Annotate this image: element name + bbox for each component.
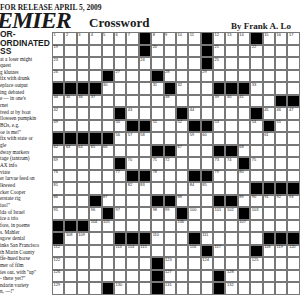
grid-cell[interactable]: 100: [188, 207, 200, 220]
grid-cell[interactable]: [64, 245, 76, 258]
grid-cell[interactable]: [139, 220, 151, 233]
grid-cell[interactable]: [151, 107, 163, 120]
grid-cell[interactable]: [287, 82, 299, 95]
grid-cell[interactable]: 90: [250, 195, 262, 208]
grid-cell[interactable]: [275, 207, 287, 220]
grid-cell[interactable]: 60: [201, 132, 213, 145]
grid-cell[interactable]: [287, 57, 299, 70]
grid-cell[interactable]: 103: [250, 207, 262, 220]
grid-cell[interactable]: 50: [114, 120, 126, 133]
grid-cell[interactable]: 26: [52, 70, 64, 83]
grid-cell[interactable]: [64, 70, 76, 83]
grid-cell[interactable]: [275, 57, 287, 70]
grid-cell[interactable]: 59: [188, 132, 200, 145]
grid-cell[interactable]: 35: [64, 95, 76, 108]
grid-cell[interactable]: [250, 232, 262, 245]
grid-cell[interactable]: 84: [188, 182, 200, 195]
grid-cell[interactable]: 70: [126, 157, 138, 170]
grid-cell[interactable]: [89, 107, 101, 120]
grid-cell[interactable]: 30: [102, 82, 114, 95]
grid-cell[interactable]: 38: [164, 95, 176, 108]
grid-cell[interactable]: [238, 107, 250, 120]
grid-cell[interactable]: 5: [102, 32, 114, 45]
grid-cell[interactable]: 2: [64, 32, 76, 45]
grid-cell[interactable]: [275, 282, 287, 295]
grid-cell[interactable]: [250, 282, 262, 295]
grid-cell[interactable]: [176, 232, 188, 245]
grid-cell[interactable]: [263, 82, 275, 95]
grid-cell[interactable]: 106: [176, 220, 188, 233]
grid-cell[interactable]: 68: [238, 145, 250, 158]
grid-cell[interactable]: [102, 107, 114, 120]
grid-cell[interactable]: [238, 45, 250, 58]
grid-cell[interactable]: [126, 95, 138, 108]
grid-cell[interactable]: 76: [52, 170, 64, 183]
grid-cell[interactable]: [114, 95, 126, 108]
grid-cell[interactable]: [225, 245, 237, 258]
grid-cell[interactable]: [77, 107, 89, 120]
grid-cell[interactable]: 14: [238, 32, 250, 45]
grid-cell[interactable]: 7: [126, 32, 138, 45]
grid-cell[interactable]: 22: [250, 45, 262, 58]
grid-cell[interactable]: [176, 95, 188, 108]
grid-cell[interactable]: 25: [213, 57, 225, 70]
grid-cell[interactable]: 47: [287, 107, 299, 120]
grid-cell[interactable]: 63: [64, 145, 76, 158]
grid-cell[interactable]: [263, 45, 275, 58]
grid-cell[interactable]: [225, 45, 237, 58]
grid-cell[interactable]: [188, 57, 200, 70]
grid-cell[interactable]: [64, 170, 76, 183]
grid-cell[interactable]: [89, 120, 101, 133]
grid-cell[interactable]: [201, 195, 213, 208]
grid-cell[interactable]: [126, 207, 138, 220]
grid-cell[interactable]: [151, 182, 163, 195]
grid-cell[interactable]: [176, 57, 188, 70]
grid-cell[interactable]: [188, 70, 200, 83]
grid-cell[interactable]: 114: [126, 245, 138, 258]
grid-cell[interactable]: [275, 82, 287, 95]
grid-cell[interactable]: 72: [164, 157, 176, 170]
grid-cell[interactable]: [225, 132, 237, 145]
grid-cell[interactable]: [263, 95, 275, 108]
grid-cell[interactable]: 93: [287, 195, 299, 208]
grid-cell[interactable]: [201, 82, 213, 95]
grid-cell[interactable]: [263, 145, 275, 158]
grid-cell[interactable]: [176, 257, 188, 270]
grid-cell[interactable]: [213, 257, 225, 270]
grid-cell[interactable]: [126, 257, 138, 270]
grid-cell[interactable]: [287, 45, 299, 58]
grid-cell[interactable]: [188, 257, 200, 270]
grid-cell[interactable]: [114, 145, 126, 158]
grid-cell[interactable]: [164, 107, 176, 120]
grid-cell[interactable]: [64, 120, 76, 133]
grid-cell[interactable]: [77, 57, 89, 70]
grid-cell[interactable]: [225, 107, 237, 120]
grid-cell[interactable]: 39: [213, 95, 225, 108]
grid-cell[interactable]: [275, 45, 287, 58]
grid-cell[interactable]: [102, 232, 114, 245]
grid-cell[interactable]: [213, 132, 225, 145]
grid-cell[interactable]: [176, 45, 188, 58]
grid-cell[interactable]: [114, 57, 126, 70]
grid-cell[interactable]: 41: [238, 95, 250, 108]
grid-cell[interactable]: 96: [89, 207, 101, 220]
grid-cell[interactable]: 55: [275, 120, 287, 133]
grid-cell[interactable]: [139, 207, 151, 220]
grid-cell[interactable]: [250, 145, 262, 158]
grid-cell[interactable]: [89, 232, 101, 245]
grid-cell[interactable]: [77, 170, 89, 183]
grid-cell[interactable]: [250, 220, 262, 233]
grid-cell[interactable]: [77, 282, 89, 295]
grid-cell[interactable]: [126, 57, 138, 70]
grid-cell[interactable]: [287, 282, 299, 295]
grid-cell[interactable]: 128: [225, 270, 237, 283]
grid-cell[interactable]: 21: [213, 45, 225, 58]
grid-cell[interactable]: 109: [77, 232, 89, 245]
grid-cell[interactable]: [89, 170, 101, 183]
grid-cell[interactable]: [164, 120, 176, 133]
grid-cell[interactable]: [287, 70, 299, 83]
grid-cell[interactable]: 111: [201, 232, 213, 245]
grid-cell[interactable]: 124: [201, 257, 213, 270]
grid-cell[interactable]: [114, 195, 126, 208]
grid-cell[interactable]: 122: [52, 257, 64, 270]
grid-cell[interactable]: [126, 82, 138, 95]
grid-cell[interactable]: [176, 132, 188, 145]
grid-cell[interactable]: 65: [89, 145, 101, 158]
grid-cell[interactable]: 75: [250, 157, 262, 170]
grid-cell[interactable]: [164, 232, 176, 245]
grid-cell[interactable]: [238, 257, 250, 270]
grid-cell[interactable]: [287, 257, 299, 270]
grid-cell[interactable]: [151, 57, 163, 70]
grid-cell[interactable]: 17: [287, 32, 299, 45]
grid-cell[interactable]: 107: [238, 220, 250, 233]
grid-cell[interactable]: [77, 182, 89, 195]
grid-cell[interactable]: [64, 182, 76, 195]
grid-cell[interactable]: [64, 57, 76, 70]
grid-cell[interactable]: 37: [89, 95, 101, 108]
grid-cell[interactable]: [89, 270, 101, 283]
grid-cell[interactable]: [114, 220, 126, 233]
grid-cell[interactable]: 66: [102, 145, 114, 158]
grid-cell[interactable]: 29: [201, 70, 213, 83]
grid-cell[interactable]: 12: [213, 32, 225, 45]
grid-cell[interactable]: [64, 207, 76, 220]
grid-cell[interactable]: 95: [52, 207, 64, 220]
grid-cell[interactable]: 15: [263, 32, 275, 45]
grid-cell[interactable]: 61: [263, 132, 275, 145]
grid-cell[interactable]: [275, 257, 287, 270]
grid-cell[interactable]: [77, 270, 89, 283]
grid-cell[interactable]: 117: [213, 245, 225, 258]
grid-cell[interactable]: 102: [225, 207, 237, 220]
grid-cell[interactable]: [225, 57, 237, 70]
grid-cell[interactable]: 129: [52, 282, 64, 295]
grid-cell[interactable]: [188, 220, 200, 233]
grid-cell[interactable]: [201, 207, 213, 220]
grid-cell[interactable]: [238, 245, 250, 258]
grid-cell[interactable]: 53: [213, 120, 225, 133]
grid-cell[interactable]: 110: [151, 232, 163, 245]
grid-cell[interactable]: [77, 245, 89, 258]
grid-cell[interactable]: 73: [213, 157, 225, 170]
grid-cell[interactable]: [164, 45, 176, 58]
grid-cell[interactable]: [238, 232, 250, 245]
grid-cell[interactable]: [64, 45, 76, 58]
grid-cell[interactable]: 97: [114, 207, 126, 220]
grid-cell[interactable]: [102, 182, 114, 195]
grid-cell[interactable]: [114, 82, 126, 95]
grid-cell[interactable]: 118: [263, 245, 275, 258]
grid-cell[interactable]: [89, 282, 101, 295]
grid-cell[interactable]: 89: [238, 195, 250, 208]
grid-cell[interactable]: [164, 57, 176, 70]
grid-cell[interactable]: [275, 270, 287, 283]
grid-cell[interactable]: [64, 257, 76, 270]
grid-cell[interactable]: [126, 220, 138, 233]
grid-cell[interactable]: [151, 245, 163, 258]
grid-cell[interactable]: 88: [176, 195, 188, 208]
grid-cell[interactable]: [139, 195, 151, 208]
grid-cell[interactable]: [238, 132, 250, 145]
grid-cell[interactable]: [89, 57, 101, 70]
grid-cell[interactable]: 126: [52, 270, 64, 283]
grid-cell[interactable]: 132: [225, 282, 237, 295]
grid-cell[interactable]: [139, 145, 151, 158]
grid-cell[interactable]: [126, 70, 138, 83]
grid-cell[interactable]: [250, 170, 262, 183]
grid-cell[interactable]: 78: [151, 170, 163, 183]
grid-cell[interactable]: [102, 257, 114, 270]
grid-cell[interactable]: [164, 245, 176, 258]
grid-cell[interactable]: [188, 45, 200, 58]
grid-cell[interactable]: [188, 282, 200, 295]
grid-cell[interactable]: 92: [275, 195, 287, 208]
grid-cell[interactable]: [102, 95, 114, 108]
grid-cell[interactable]: [64, 107, 76, 120]
grid-cell[interactable]: 49: [52, 120, 64, 133]
grid-cell[interactable]: [238, 182, 250, 195]
grid-cell[interactable]: [238, 70, 250, 83]
grid-cell[interactable]: [89, 70, 101, 83]
grid-cell[interactable]: [77, 45, 89, 58]
grid-cell[interactable]: 40: [225, 95, 237, 108]
grid-cell[interactable]: [250, 270, 262, 283]
grid-cell[interactable]: 71: [151, 157, 163, 170]
grid-cell[interactable]: [287, 132, 299, 145]
grid-cell[interactable]: 105: [102, 220, 114, 233]
grid-cell[interactable]: 1: [52, 32, 64, 45]
grid-cell[interactable]: 42: [52, 107, 64, 120]
grid-cell[interactable]: [263, 157, 275, 170]
grid-cell[interactable]: [77, 120, 89, 133]
grid-cell[interactable]: [139, 157, 151, 170]
grid-cell[interactable]: [114, 270, 126, 283]
grid-cell[interactable]: [238, 282, 250, 295]
grid-cell[interactable]: [225, 120, 237, 133]
grid-cell[interactable]: 77: [114, 170, 126, 183]
grid-cell[interactable]: [250, 132, 262, 145]
grid-cell[interactable]: [263, 257, 275, 270]
grid-cell[interactable]: 67: [176, 145, 188, 158]
grid-cell[interactable]: [263, 170, 275, 183]
grid-cell[interactable]: [213, 232, 225, 245]
grid-cell[interactable]: 131: [164, 282, 176, 295]
grid-cell[interactable]: [89, 245, 101, 258]
grid-cell[interactable]: [225, 182, 237, 195]
grid-cell[interactable]: 33: [250, 82, 262, 95]
grid-cell[interactable]: [176, 70, 188, 83]
grid-cell[interactable]: 43: [126, 107, 138, 120]
grid-cell[interactable]: [77, 157, 89, 170]
grid-cell[interactable]: [64, 282, 76, 295]
grid-cell[interactable]: [139, 82, 151, 95]
grid-cell[interactable]: [126, 45, 138, 58]
grid-cell[interactable]: 23: [52, 57, 64, 70]
grid-cell[interactable]: [188, 195, 200, 208]
grid-cell[interactable]: 16: [275, 32, 287, 45]
grid-cell[interactable]: 10: [176, 32, 188, 45]
grid-cell[interactable]: [287, 220, 299, 233]
grid-cell[interactable]: [188, 145, 200, 158]
grid-cell[interactable]: [89, 257, 101, 270]
grid-cell[interactable]: [89, 45, 101, 58]
grid-cell[interactable]: [201, 270, 213, 283]
grid-cell[interactable]: 64: [77, 145, 89, 158]
grid-cell[interactable]: [102, 157, 114, 170]
grid-cell[interactable]: 112: [52, 245, 64, 258]
grid-cell[interactable]: 83: [139, 182, 151, 195]
grid-cell[interactable]: 116: [188, 245, 200, 258]
grid-cell[interactable]: 87: [102, 195, 114, 208]
grid-cell[interactable]: [263, 282, 275, 295]
grid-cell[interactable]: 52: [176, 120, 188, 133]
grid-cell[interactable]: [213, 107, 225, 120]
grid-cell[interactable]: [139, 282, 151, 295]
grid-cell[interactable]: [263, 220, 275, 233]
grid-cell[interactable]: [201, 95, 213, 108]
grid-cell[interactable]: [275, 145, 287, 158]
grid-cell[interactable]: [188, 157, 200, 170]
grid-cell[interactable]: [139, 70, 151, 83]
grid-cell[interactable]: [287, 145, 299, 158]
grid-cell[interactable]: [139, 107, 151, 120]
grid-cell[interactable]: [77, 195, 89, 208]
grid-cell[interactable]: 46: [275, 107, 287, 120]
grid-cell[interactable]: [126, 282, 138, 295]
grid-cell[interactable]: [201, 157, 213, 170]
grid-cell[interactable]: [287, 157, 299, 170]
grid-cell[interactable]: [287, 207, 299, 220]
grid-cell[interactable]: [151, 95, 163, 108]
grid-cell[interactable]: [176, 170, 188, 183]
grid-cell[interactable]: 4: [89, 32, 101, 45]
grid-cell[interactable]: [164, 132, 176, 145]
grid-cell[interactable]: [225, 220, 237, 233]
grid-cell[interactable]: [114, 257, 126, 270]
grid-cell[interactable]: [176, 282, 188, 295]
grid-cell[interactable]: [89, 157, 101, 170]
grid-cell[interactable]: 123: [164, 257, 176, 270]
grid-cell[interactable]: 79: [213, 170, 225, 183]
grid-cell[interactable]: 86: [52, 195, 64, 208]
grid-cell[interactable]: 125: [250, 257, 262, 270]
grid-cell[interactable]: 127: [164, 270, 176, 283]
grid-cell[interactable]: [213, 220, 225, 233]
grid-cell[interactable]: [201, 220, 213, 233]
grid-cell[interactable]: [287, 170, 299, 183]
grid-cell[interactable]: [201, 145, 213, 158]
grid-cell[interactable]: 3: [77, 32, 89, 45]
grid-cell[interactable]: [64, 157, 76, 170]
grid-cell[interactable]: [250, 70, 262, 83]
grid-cell[interactable]: [263, 70, 275, 83]
grid-cell[interactable]: [287, 120, 299, 133]
grid-cell[interactable]: [225, 257, 237, 270]
grid-cell[interactable]: 9: [164, 32, 176, 45]
grid-cell[interactable]: [102, 57, 114, 70]
grid-cell[interactable]: [77, 257, 89, 270]
grid-cell[interactable]: 85: [201, 182, 213, 195]
grid-cell[interactable]: 11: [188, 32, 200, 45]
grid-cell[interactable]: [188, 270, 200, 283]
grid-cell[interactable]: 74: [225, 157, 237, 170]
grid-cell[interactable]: 8: [151, 32, 163, 45]
grid-cell[interactable]: 27: [114, 70, 126, 83]
grid-cell[interactable]: [263, 270, 275, 283]
grid-cell[interactable]: 32: [176, 82, 188, 95]
grid-cell[interactable]: [89, 182, 101, 195]
grid-cell[interactable]: [225, 232, 237, 245]
grid-cell[interactable]: 81: [52, 182, 64, 195]
grid-cell[interactable]: [126, 270, 138, 283]
grid-cell[interactable]: [201, 282, 213, 295]
grid-cell[interactable]: 34: [52, 95, 64, 108]
grid-cell[interactable]: 56: [114, 132, 126, 145]
grid-cell[interactable]: 57: [126, 132, 138, 145]
grid-cell[interactable]: 130: [114, 282, 126, 295]
grid-cell[interactable]: [102, 45, 114, 58]
grid-cell[interactable]: [275, 70, 287, 83]
grid-cell[interactable]: [275, 157, 287, 170]
grid-cell[interactable]: [102, 170, 114, 183]
grid-cell[interactable]: [275, 170, 287, 183]
grid-cell[interactable]: [176, 270, 188, 283]
grid-cell[interactable]: [176, 157, 188, 170]
grid-cell[interactable]: [238, 270, 250, 283]
grid-cell[interactable]: 36: [77, 95, 89, 108]
grid-cell[interactable]: [139, 270, 151, 283]
grid-cell[interactable]: 108: [64, 232, 76, 245]
grid-cell[interactable]: [263, 57, 275, 70]
grid-cell[interactable]: 31: [151, 82, 163, 95]
grid-cell[interactable]: [188, 82, 200, 95]
grid-cell[interactable]: [151, 220, 163, 233]
grid-cell[interactable]: 28: [164, 70, 176, 83]
grid-cell[interactable]: 44: [188, 107, 200, 120]
grid-cell[interactable]: [102, 120, 114, 133]
grid-cell[interactable]: [102, 245, 114, 258]
grid-cell[interactable]: [139, 257, 151, 270]
grid-cell[interactable]: 98: [151, 207, 163, 220]
grid-cell[interactable]: [225, 170, 237, 183]
grid-cell[interactable]: [164, 170, 176, 183]
grid-cell[interactable]: 58: [139, 132, 151, 145]
